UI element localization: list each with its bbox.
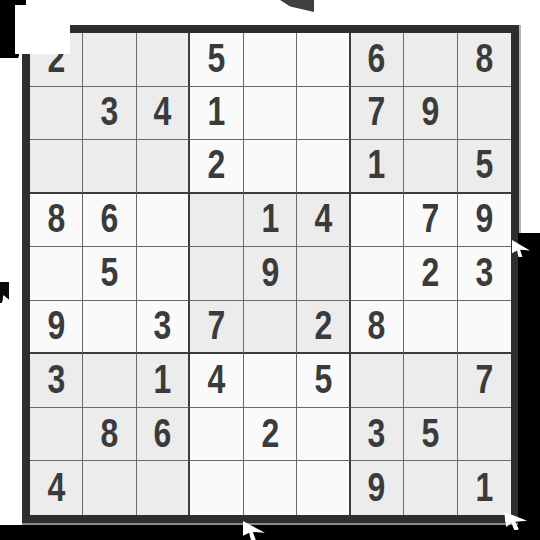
- cell-r2c4[interactable]: 1: [190, 87, 243, 141]
- cell-r3c2[interactable]: [83, 140, 136, 194]
- cell-r2c7[interactable]: 7: [351, 87, 404, 141]
- cell-r5c2[interactable]: 5: [83, 247, 136, 301]
- cell-r7c3[interactable]: 1: [137, 354, 190, 408]
- given-digit: 8: [368, 305, 386, 348]
- given-digit: 1: [261, 198, 279, 241]
- given-digit: 3: [154, 305, 172, 348]
- cell-r9c5[interactable]: [244, 461, 297, 515]
- cell-r9c4[interactable]: [190, 461, 243, 515]
- given-digit: 9: [47, 305, 65, 348]
- cell-r7c5[interactable]: [244, 354, 297, 408]
- cell-r2c2[interactable]: 3: [83, 87, 136, 141]
- given-digit: 3: [101, 91, 119, 134]
- given-digit: 5: [475, 144, 493, 187]
- cell-r1c7[interactable]: 6: [351, 33, 404, 87]
- cell-r3c6[interactable]: [297, 140, 350, 194]
- cell-r4c4[interactable]: [190, 194, 243, 248]
- cell-r3c7[interactable]: 1: [351, 140, 404, 194]
- given-digit: 3: [47, 359, 65, 402]
- cell-r8c1[interactable]: [30, 408, 83, 462]
- cell-r3c4[interactable]: 2: [190, 140, 243, 194]
- watermark-band-bottom: [0, 525, 540, 540]
- given-digit: 9: [475, 198, 493, 241]
- cell-r8c7[interactable]: 3: [351, 408, 404, 462]
- given-digit: 7: [475, 359, 493, 402]
- cell-r6c8[interactable]: [404, 301, 457, 355]
- cell-r1c4[interactable]: 5: [190, 33, 243, 87]
- given-digit: 6: [101, 198, 119, 241]
- cell-r5c8[interactable]: 2: [404, 247, 457, 301]
- cell-r4c5[interactable]: 1: [244, 194, 297, 248]
- given-digit: 1: [475, 467, 493, 510]
- cell-r1c9[interactable]: 8: [458, 33, 511, 87]
- cell-r6c4[interactable]: 7: [190, 301, 243, 355]
- given-digit: 2: [208, 144, 226, 187]
- cell-r5c3[interactable]: [137, 247, 190, 301]
- given-digit: 5: [421, 413, 439, 456]
- cell-r1c5[interactable]: [244, 33, 297, 87]
- cell-r8c5[interactable]: 2: [244, 408, 297, 462]
- cell-r6c5[interactable]: [244, 301, 297, 355]
- cell-r1c3[interactable]: [137, 33, 190, 87]
- given-digit: 8: [475, 38, 493, 81]
- given-digit: 4: [154, 91, 172, 134]
- cell-r8c3[interactable]: 6: [137, 408, 190, 462]
- cell-r7c8[interactable]: [404, 354, 457, 408]
- watermark-band-right: [518, 233, 540, 540]
- cell-r2c8[interactable]: 9: [404, 87, 457, 141]
- given-digit: 1: [208, 91, 226, 134]
- cell-r4c3[interactable]: [137, 194, 190, 248]
- page: 2568341792158614795923937283145786235491: [0, 0, 540, 540]
- cursor-icon: [1, 295, 17, 310]
- cell-r5c1[interactable]: [30, 247, 83, 301]
- given-digit: 4: [314, 198, 332, 241]
- cell-r9c3[interactable]: [137, 461, 190, 515]
- cell-r1c6[interactable]: [297, 33, 350, 87]
- cell-r6c3[interactable]: 3: [137, 301, 190, 355]
- sudoku-board: 2568341792158614795923937283145786235491: [22, 25, 519, 523]
- cell-r7c7[interactable]: [351, 354, 404, 408]
- cell-r5c6[interactable]: [297, 247, 350, 301]
- cell-r4c1[interactable]: 8: [30, 194, 83, 248]
- given-digit: 8: [47, 198, 65, 241]
- given-digit: 2: [261, 413, 279, 456]
- watermark-patch-top-left: [15, 5, 70, 54]
- given-digit: 1: [154, 359, 172, 402]
- cell-r9c9[interactable]: 1: [458, 461, 511, 515]
- cell-r7c2[interactable]: [83, 354, 136, 408]
- given-digit: 8: [101, 413, 119, 456]
- cell-r7c6[interactable]: 5: [297, 354, 350, 408]
- given-digit: 1: [368, 144, 386, 187]
- cell-r2c5[interactable]: [244, 87, 297, 141]
- given-digit: 9: [261, 252, 279, 295]
- cell-r8c8[interactable]: 5: [404, 408, 457, 462]
- cell-r1c2[interactable]: [83, 33, 136, 87]
- cell-r6c7[interactable]: 8: [351, 301, 404, 355]
- cell-r2c6[interactable]: [297, 87, 350, 141]
- cell-r5c7[interactable]: [351, 247, 404, 301]
- cell-r7c4[interactable]: 4: [190, 354, 243, 408]
- cell-r9c2[interactable]: [83, 461, 136, 515]
- cell-r9c6[interactable]: [297, 461, 350, 515]
- given-digit: 9: [421, 91, 439, 134]
- cell-r7c1[interactable]: 3: [30, 354, 83, 408]
- cell-r6c6[interactable]: 2: [297, 301, 350, 355]
- cell-r2c3[interactable]: 4: [137, 87, 190, 141]
- given-digit: 4: [208, 359, 226, 402]
- cell-r4c9[interactable]: 9: [458, 194, 511, 248]
- cell-r2c1[interactable]: [30, 87, 83, 141]
- given-digit: 2: [314, 305, 332, 348]
- cell-r4c6[interactable]: 4: [297, 194, 350, 248]
- cell-r4c7[interactable]: [351, 194, 404, 248]
- cell-r6c9[interactable]: [458, 301, 511, 355]
- given-digit: 5: [208, 38, 226, 81]
- cell-r4c8[interactable]: 7: [404, 194, 457, 248]
- given-digit: 5: [314, 359, 332, 402]
- cell-r2c9[interactable]: [458, 87, 511, 141]
- given-digit: 3: [475, 252, 493, 295]
- cell-r3c3[interactable]: [137, 140, 190, 194]
- given-digit: 2: [421, 252, 439, 295]
- cell-r8c2[interactable]: 8: [83, 408, 136, 462]
- cell-r3c9[interactable]: 5: [458, 140, 511, 194]
- cell-r9c7[interactable]: 9: [351, 461, 404, 515]
- cell-r8c4[interactable]: [190, 408, 243, 462]
- cell-r8c9[interactable]: [458, 408, 511, 462]
- cell-r9c8[interactable]: [404, 461, 457, 515]
- cell-r3c1[interactable]: [30, 140, 83, 194]
- cell-r1c8[interactable]: [404, 33, 457, 87]
- given-digit: 9: [368, 467, 386, 510]
- given-digit: 6: [154, 413, 172, 456]
- cell-r5c9[interactable]: 3: [458, 247, 511, 301]
- cell-r8c6[interactable]: [297, 408, 350, 462]
- sudoku-grid: 2568341792158614795923937283145786235491: [30, 33, 511, 515]
- cell-r6c2[interactable]: [83, 301, 136, 355]
- given-digit: 5: [101, 252, 119, 295]
- cell-r7c9[interactable]: 7: [458, 354, 511, 408]
- given-digit: 4: [47, 467, 65, 510]
- given-digit: 3: [368, 413, 386, 456]
- cell-r4c2[interactable]: 6: [83, 194, 136, 248]
- given-digit: 7: [421, 198, 439, 241]
- given-digit: 6: [368, 38, 386, 81]
- cell-r5c5[interactable]: 9: [244, 247, 297, 301]
- cell-r6c1[interactable]: 9: [30, 301, 83, 355]
- cell-r5c4[interactable]: [190, 247, 243, 301]
- watermark-mark-top: [280, 0, 314, 12]
- cell-r9c1[interactable]: 4: [30, 461, 83, 515]
- given-digit: 7: [368, 91, 386, 134]
- given-digit: 7: [208, 305, 226, 348]
- cell-r3c8[interactable]: [404, 140, 457, 194]
- cell-r3c5[interactable]: [244, 140, 297, 194]
